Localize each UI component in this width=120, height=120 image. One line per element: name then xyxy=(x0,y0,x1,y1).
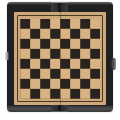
square-r4c5[interactable] xyxy=(60,49,70,59)
square-r1c6[interactable] xyxy=(70,19,80,29)
square-r6c8[interactable] xyxy=(90,69,100,79)
square-r5c4[interactable] xyxy=(50,59,60,69)
square-r1c2[interactable] xyxy=(30,19,40,29)
square-r4c1[interactable] xyxy=(20,49,30,59)
square-r6c4[interactable] xyxy=(50,69,60,79)
square-r8c4[interactable] xyxy=(50,89,60,99)
square-r5c8[interactable] xyxy=(90,59,100,69)
square-r8c7[interactable] xyxy=(80,89,90,99)
square-r3c2[interactable] xyxy=(30,39,40,49)
square-r5c2[interactable] xyxy=(30,59,40,69)
square-r3c7[interactable] xyxy=(80,39,90,49)
square-r2c5[interactable] xyxy=(60,29,70,39)
square-r5c6[interactable] xyxy=(70,59,80,69)
square-r8c3[interactable] xyxy=(40,89,50,99)
square-r5c1[interactable] xyxy=(20,59,30,69)
square-r1c3[interactable] xyxy=(40,19,50,29)
square-r4c3[interactable] xyxy=(40,49,50,59)
square-r6c3[interactable] xyxy=(40,69,50,79)
square-r8c6[interactable] xyxy=(70,89,80,99)
square-r7c4[interactable] xyxy=(50,79,60,89)
square-r1c4[interactable] xyxy=(50,19,60,29)
square-r2c3[interactable] xyxy=(40,29,50,39)
square-r3c8[interactable] xyxy=(90,39,100,49)
square-r3c4[interactable] xyxy=(50,39,60,49)
playing-surface xyxy=(14,12,106,105)
square-r2c6[interactable] xyxy=(70,29,80,39)
square-r7c7[interactable] xyxy=(80,79,90,89)
latch-right-icon xyxy=(111,58,116,70)
latch-left-icon xyxy=(5,52,9,60)
square-r7c3[interactable] xyxy=(40,79,50,89)
square-r1c1[interactable] xyxy=(20,19,30,29)
square-r8c1[interactable] xyxy=(20,89,30,99)
hinge-top-icon xyxy=(51,2,68,12)
square-r7c2[interactable] xyxy=(30,79,40,89)
square-r1c7[interactable] xyxy=(80,19,90,29)
square-r7c6[interactable] xyxy=(70,79,80,89)
square-r6c5[interactable] xyxy=(60,69,70,79)
square-r1c8[interactable] xyxy=(90,19,100,29)
square-r6c2[interactable] xyxy=(30,69,40,79)
square-r2c7[interactable] xyxy=(80,29,90,39)
square-r6c6[interactable] xyxy=(70,69,80,79)
board-grid xyxy=(20,19,100,99)
square-r7c8[interactable] xyxy=(90,79,100,89)
square-r4c2[interactable] xyxy=(30,49,40,59)
square-r5c5[interactable] xyxy=(60,59,70,69)
square-r2c1[interactable] xyxy=(20,29,30,39)
square-r4c7[interactable] xyxy=(80,49,90,59)
square-r4c8[interactable] xyxy=(90,49,100,59)
square-r4c6[interactable] xyxy=(70,49,80,59)
square-r3c3[interactable] xyxy=(40,39,50,49)
chessboard-frame xyxy=(7,2,113,112)
square-r7c5[interactable] xyxy=(60,79,70,89)
square-r6c1[interactable] xyxy=(20,69,30,79)
square-r8c8[interactable] xyxy=(90,89,100,99)
square-r1c5[interactable] xyxy=(60,19,70,29)
square-r7c1[interactable] xyxy=(20,79,30,89)
square-r6c7[interactable] xyxy=(80,69,90,79)
square-r3c6[interactable] xyxy=(70,39,80,49)
square-r2c4[interactable] xyxy=(50,29,60,39)
square-r8c2[interactable] xyxy=(30,89,40,99)
square-r5c7[interactable] xyxy=(80,59,90,69)
square-r5c3[interactable] xyxy=(40,59,50,69)
square-r2c8[interactable] xyxy=(90,29,100,39)
square-r2c2[interactable] xyxy=(30,29,40,39)
square-r3c1[interactable] xyxy=(20,39,30,49)
square-r4c4[interactable] xyxy=(50,49,60,59)
background xyxy=(0,0,120,120)
square-r8c5[interactable] xyxy=(60,89,70,99)
square-r3c5[interactable] xyxy=(60,39,70,49)
